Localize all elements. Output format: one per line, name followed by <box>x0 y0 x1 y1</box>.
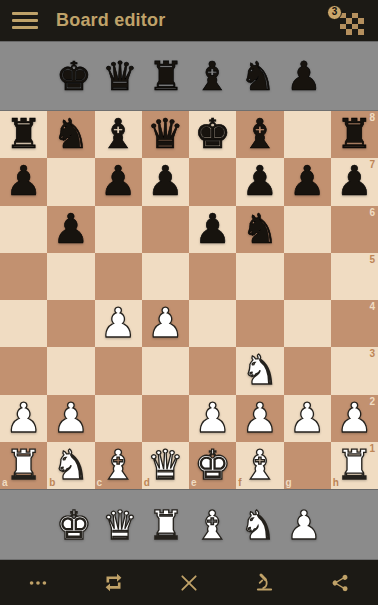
rank-label: 3 <box>369 349 375 359</box>
square-f2[interactable]: ♟ <box>236 395 283 442</box>
square-g2[interactable]: ♟ <box>284 395 331 442</box>
piece-white-bishop[interactable]: ♝ <box>241 445 278 486</box>
piece-white-pawn[interactable]: ♟ <box>241 398 278 439</box>
board-count-badge: 3 <box>327 5 342 20</box>
square-d2[interactable] <box>142 395 189 442</box>
square-h3[interactable]: 3 <box>331 347 378 394</box>
hamburger-icon <box>12 12 38 15</box>
piece-white-king[interactable]: ♚ <box>194 445 231 486</box>
square-b7[interactable] <box>47 158 94 205</box>
square-f5[interactable] <box>236 253 283 300</box>
flip-icon <box>103 572 124 593</box>
spare-white-knight[interactable]: ♞ <box>239 497 278 553</box>
piece-white-pawn[interactable]: ♟ <box>336 398 373 439</box>
rank-label: 4 <box>369 302 375 312</box>
square-b3[interactable] <box>47 347 94 394</box>
spare-white-rook[interactable]: ♜ <box>147 497 186 553</box>
square-e4[interactable] <box>189 300 236 347</box>
square-b5[interactable] <box>47 253 94 300</box>
piece-black-pawn[interactable]: ♟ <box>289 161 326 202</box>
menu-button[interactable] <box>12 10 38 32</box>
square-d7[interactable]: ♟ <box>142 158 189 205</box>
piece-white-king[interactable]: ♚ <box>56 505 92 545</box>
ellipsis-icon <box>27 572 49 594</box>
square-a5[interactable] <box>0 253 47 300</box>
piece-white-knight[interactable]: ♞ <box>241 350 278 391</box>
square-d1[interactable]: ♛d <box>142 442 189 489</box>
square-c5[interactable] <box>95 253 142 300</box>
piece-black-knight[interactable]: ♞ <box>52 114 89 155</box>
square-g8[interactable] <box>284 111 331 158</box>
square-e7[interactable] <box>189 158 236 205</box>
spare-black-queen[interactable]: ♛ <box>101 48 140 104</box>
piece-white-pawn[interactable]: ♟ <box>286 505 322 545</box>
piece-white-pawn[interactable]: ♟ <box>5 398 42 439</box>
square-g7[interactable]: ♟ <box>284 158 331 205</box>
square-g5[interactable] <box>284 253 331 300</box>
analysis-button[interactable] <box>227 560 303 605</box>
square-f3[interactable]: ♞ <box>236 347 283 394</box>
square-h5[interactable]: 5 <box>331 253 378 300</box>
spare-pieces-white-tray: ♚♛♜♝♞♟ <box>0 489 378 560</box>
square-a6[interactable] <box>0 206 47 253</box>
piece-white-rook[interactable]: ♜ <box>336 445 373 486</box>
square-a7[interactable]: ♟ <box>0 158 47 205</box>
piece-white-pawn[interactable]: ♟ <box>194 398 231 439</box>
more-options-button[interactable] <box>0 560 76 605</box>
square-g4[interactable] <box>284 300 331 347</box>
square-f8[interactable]: ♝ <box>236 111 283 158</box>
piece-black-king[interactable]: ♚ <box>56 56 92 96</box>
saved-boards-button[interactable]: 3 <box>332 6 364 36</box>
spare-black-rook[interactable]: ♜ <box>147 48 186 104</box>
piece-black-knight[interactable]: ♞ <box>240 56 276 96</box>
square-h2[interactable]: ♟2 <box>331 395 378 442</box>
square-a1[interactable]: ♜a <box>0 442 47 489</box>
spare-black-pawn[interactable]: ♟ <box>285 48 324 104</box>
piece-white-pawn[interactable]: ♟ <box>52 398 89 439</box>
flip-board-button[interactable] <box>76 560 152 605</box>
piece-black-pawn[interactable]: ♟ <box>5 161 42 202</box>
square-c8[interactable]: ♝ <box>95 111 142 158</box>
square-e8[interactable]: ♚ <box>189 111 236 158</box>
spare-white-bishop[interactable]: ♝ <box>193 497 232 553</box>
piece-black-pawn[interactable]: ♟ <box>336 161 373 202</box>
square-g1[interactable]: g <box>284 442 331 489</box>
square-c1[interactable]: ♝c <box>95 442 142 489</box>
rank-label: 6 <box>369 208 375 218</box>
piece-black-pawn[interactable]: ♟ <box>100 161 137 202</box>
piece-black-pawn[interactable]: ♟ <box>286 56 322 96</box>
square-d6[interactable] <box>142 206 189 253</box>
clear-board-button[interactable] <box>151 560 227 605</box>
square-e5[interactable] <box>189 253 236 300</box>
piece-black-queen[interactable]: ♛ <box>102 56 138 96</box>
piece-white-queen[interactable]: ♛ <box>102 505 138 545</box>
square-b8[interactable]: ♞ <box>47 111 94 158</box>
top-app-bar: Board editor 3 <box>0 0 378 41</box>
spare-white-king[interactable]: ♚ <box>55 497 94 553</box>
square-c7[interactable]: ♟ <box>95 158 142 205</box>
piece-black-rook[interactable]: ♜ <box>148 56 184 96</box>
spare-white-queen[interactable]: ♛ <box>101 497 140 553</box>
spare-white-pawn[interactable]: ♟ <box>285 497 324 553</box>
square-c2[interactable] <box>95 395 142 442</box>
square-e1[interactable]: ♚e <box>189 442 236 489</box>
piece-white-knight[interactable]: ♞ <box>240 505 276 545</box>
spare-black-king[interactable]: ♚ <box>55 48 94 104</box>
square-c3[interactable] <box>95 347 142 394</box>
piece-black-bishop[interactable]: ♝ <box>241 114 278 155</box>
square-d3[interactable] <box>142 347 189 394</box>
square-f4[interactable] <box>236 300 283 347</box>
piece-white-queen[interactable]: ♛ <box>147 445 184 486</box>
piece-white-pawn[interactable]: ♟ <box>147 303 184 344</box>
square-h6[interactable]: 6 <box>331 206 378 253</box>
page-title: Board editor <box>56 10 165 31</box>
square-f1[interactable]: ♝f <box>236 442 283 489</box>
square-f7[interactable]: ♟ <box>236 158 283 205</box>
square-a2[interactable]: ♟ <box>0 395 47 442</box>
square-d4[interactable]: ♟ <box>142 300 189 347</box>
piece-black-king[interactable]: ♚ <box>194 114 231 155</box>
spare-pieces-black-tray: ♚♛♜♝♞♟ <box>0 41 378 111</box>
square-a4[interactable] <box>0 300 47 347</box>
chess-board: ♜♞♝♛♚♝♜8♟♟♟♟♟♟7♟♟♞65♟♟4♞3♟♟♟♟♟♟2♜a♞b♝c♛d… <box>0 111 378 489</box>
square-a3[interactable] <box>0 347 47 394</box>
piece-black-pawn[interactable]: ♟ <box>147 161 184 202</box>
spare-black-knight[interactable]: ♞ <box>239 48 278 104</box>
bottom-toolbar <box>0 560 378 605</box>
piece-black-rook[interactable]: ♜ <box>5 114 42 155</box>
square-b4[interactable] <box>47 300 94 347</box>
square-d8[interactable]: ♛ <box>142 111 189 158</box>
square-g6[interactable] <box>284 206 331 253</box>
piece-black-pawn[interactable]: ♟ <box>194 209 231 250</box>
piece-black-knight[interactable]: ♞ <box>241 209 278 250</box>
piece-white-pawn[interactable]: ♟ <box>100 303 137 344</box>
piece-black-pawn[interactable]: ♟ <box>52 209 89 250</box>
piece-white-rook[interactable]: ♜ <box>148 505 184 545</box>
piece-black-bishop[interactable]: ♝ <box>194 56 230 96</box>
square-f6[interactable]: ♞ <box>236 206 283 253</box>
piece-black-rook[interactable]: ♜ <box>336 114 373 155</box>
square-c4[interactable]: ♟ <box>95 300 142 347</box>
square-b1[interactable]: ♞b <box>47 442 94 489</box>
square-h8[interactable]: ♜8 <box>331 111 378 158</box>
piece-white-knight[interactable]: ♞ <box>52 445 89 486</box>
piece-white-bishop[interactable]: ♝ <box>100 445 137 486</box>
square-a8[interactable]: ♜ <box>0 111 47 158</box>
piece-white-rook[interactable]: ♜ <box>5 445 42 486</box>
x-icon <box>179 573 199 593</box>
square-e6[interactable]: ♟ <box>189 206 236 253</box>
piece-black-pawn[interactable]: ♟ <box>241 161 278 202</box>
board-editor-app: Board editor 3 ♚♛♜♝♞♟ ♜♞♝♛♚♝♜8♟♟♟♟♟♟7♟♟♞… <box>0 0 378 605</box>
square-g3[interactable] <box>284 347 331 394</box>
square-d5[interactable] <box>142 253 189 300</box>
square-e3[interactable] <box>189 347 236 394</box>
microscope-icon <box>254 572 275 593</box>
file-label: g <box>286 478 292 488</box>
spare-black-bishop[interactable]: ♝ <box>193 48 232 104</box>
mini-chessboard-icon <box>340 13 364 35</box>
square-h7[interactable]: ♟7 <box>331 158 378 205</box>
square-h1[interactable]: ♜1h <box>331 442 378 489</box>
share-icon <box>330 573 350 593</box>
rank-label: 5 <box>369 255 375 265</box>
piece-white-bishop[interactable]: ♝ <box>194 505 230 545</box>
square-b6[interactable]: ♟ <box>47 206 94 253</box>
square-c6[interactable] <box>95 206 142 253</box>
square-h4[interactable]: 4 <box>331 300 378 347</box>
piece-white-pawn[interactable]: ♟ <box>289 398 326 439</box>
piece-black-bishop[interactable]: ♝ <box>100 114 137 155</box>
square-b2[interactable]: ♟ <box>47 395 94 442</box>
square-e2[interactable]: ♟ <box>189 395 236 442</box>
piece-black-queen[interactable]: ♛ <box>147 114 184 155</box>
share-button[interactable] <box>302 560 378 605</box>
